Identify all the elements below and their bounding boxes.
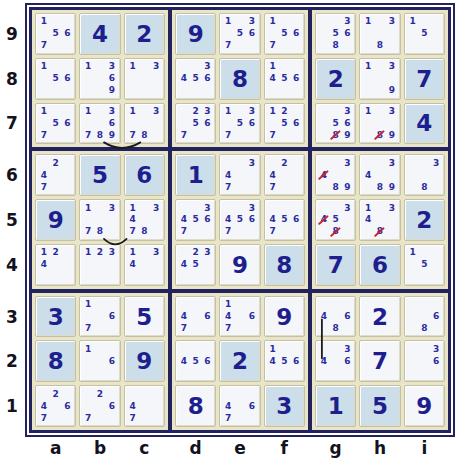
box-2-3: 34893489383458134827615: [312, 151, 448, 288]
candidate: 5: [278, 214, 290, 226]
candidate: 9: [342, 129, 354, 141]
cell-a7[interactable]: 1567: [35, 103, 76, 145]
eliminated-candidate: 8: [374, 226, 386, 238]
candidate: 5: [418, 259, 430, 271]
pencilmarks: 16: [82, 343, 117, 379]
candidate: 6: [430, 311, 442, 323]
candidate: 2: [278, 106, 290, 118]
pencilmarks: 467: [178, 299, 213, 335]
candidate: 1: [38, 61, 50, 73]
candidate: 6: [106, 73, 118, 85]
candidate: 6: [290, 73, 302, 85]
candidate: 6: [246, 311, 258, 323]
pencilmarks: 456: [178, 343, 213, 379]
candidate: 3: [150, 106, 162, 118]
candidate: 2: [50, 157, 62, 169]
candidate: 1: [222, 299, 234, 311]
cell-i6[interactable]: 38: [404, 154, 445, 196]
pencilmarks: 1456: [267, 343, 302, 379]
candidate: 4: [222, 400, 234, 412]
row-label-5: 5: [6, 210, 18, 230]
box-2-2: 134724734567345674567234598: [172, 151, 308, 288]
candidate: 7: [267, 181, 279, 193]
row-label-6: 6: [6, 165, 18, 185]
candidate: 5: [278, 28, 290, 40]
box-3-3: 468268346736159: [312, 293, 448, 430]
candidate: 5: [190, 355, 202, 367]
pencilmarks: 139: [362, 61, 397, 97]
cell-i9[interactable]: 15: [404, 13, 445, 55]
cell-a1[interactable]: 2467: [35, 385, 76, 427]
cell-c3[interactable]: 5: [124, 296, 165, 338]
cell-g7[interactable]: 35689: [315, 103, 356, 145]
candidate: 5: [50, 73, 62, 85]
candidate: 6: [62, 117, 74, 129]
candidate: 3: [106, 106, 118, 118]
cell-g3[interactable]: 468: [315, 296, 356, 338]
pencilmarks: 156: [38, 61, 73, 97]
cell-e9[interactable]: 13567: [219, 13, 260, 55]
candidate: 6: [290, 117, 302, 129]
candidate: 7: [267, 129, 279, 141]
candidate: 9: [106, 85, 118, 97]
candidate: 4: [267, 214, 279, 226]
big-digit: 5: [360, 386, 399, 426]
cell-a4[interactable]: 124: [35, 244, 76, 286]
big-digit: 1: [316, 386, 355, 426]
cell-g9[interactable]: 3568: [315, 13, 356, 55]
cell-d2[interactable]: 456: [175, 340, 216, 382]
pencilmarks: 1467: [222, 299, 257, 335]
pencilmarks: 34567: [178, 202, 213, 238]
candidate: 4: [178, 259, 190, 271]
candidate: 3: [150, 247, 162, 259]
cell-f1[interactable]: 3: [264, 385, 305, 427]
box-grid: 1567421561369131567136789137891356715673…: [32, 10, 448, 430]
big-digit: 9: [405, 386, 444, 426]
candidate: 6: [342, 311, 354, 323]
candidate: 5: [330, 117, 342, 129]
pencilmarks: 1348: [362, 202, 397, 238]
candidate: 7: [127, 226, 139, 238]
cell-e7[interactable]: 13567: [219, 103, 260, 145]
candidate: 3: [106, 202, 118, 214]
candidate: 1: [267, 106, 279, 118]
candidate: 1: [82, 202, 94, 214]
candidate: 3: [202, 61, 214, 73]
big-digit: 7: [405, 59, 444, 99]
cell-d9[interactable]: 9: [175, 13, 216, 55]
pencilmarks: 247: [267, 157, 302, 193]
candidate: 4: [362, 169, 374, 181]
big-digit: 2: [360, 297, 399, 337]
row-label-1: 1: [6, 396, 18, 416]
cell-d1[interactable]: 8: [175, 385, 216, 427]
cell-h7[interactable]: 1389: [359, 103, 400, 145]
candidate: 7: [127, 412, 139, 424]
candidate: 9: [342, 181, 354, 193]
big-digit: 2: [125, 14, 164, 54]
big-digit: 8: [176, 386, 215, 426]
candidate: 4: [127, 214, 139, 226]
cell-b6[interactable]: 5: [79, 154, 120, 196]
candidate: 7: [82, 412, 94, 424]
pencilmarks: 34567: [222, 202, 257, 238]
eliminated-candidate: 8: [330, 226, 342, 238]
candidate: 1: [362, 202, 374, 214]
cell-b7[interactable]: 136789: [79, 103, 120, 145]
candidate: 1: [127, 106, 139, 118]
candidate: 8: [330, 323, 342, 335]
candidate: 3: [106, 247, 118, 259]
big-digit: 2: [405, 200, 444, 240]
candidate: 3: [150, 202, 162, 214]
candidate: 6: [246, 400, 258, 412]
cell-e8[interactable]: 8: [219, 58, 260, 100]
col-label-i: i: [421, 438, 427, 458]
candidate: 3: [430, 343, 442, 355]
cell-f7[interactable]: 12567: [264, 103, 305, 145]
cell-a9[interactable]: 1567: [35, 13, 76, 55]
cell-c1[interactable]: 47: [124, 385, 165, 427]
cell-g2[interactable]: 346: [315, 340, 356, 382]
candidate: 1: [38, 247, 50, 259]
candidate: 5: [190, 73, 202, 85]
candidate: 6: [202, 117, 214, 129]
candidate: 4: [38, 169, 50, 181]
candidate: 4: [222, 214, 234, 226]
cell-g4[interactable]: 7: [315, 244, 356, 286]
cell-a5[interactable]: 9: [35, 199, 76, 241]
eliminated-candidate: 4: [318, 214, 330, 226]
cell-b5[interactable]: 1378: [79, 199, 120, 241]
col-label-f: f: [281, 438, 288, 458]
candidate: 7: [38, 181, 50, 193]
candidate: 1: [38, 16, 50, 28]
cell-c5[interactable]: 13478: [124, 199, 165, 241]
candidate: 8: [138, 226, 150, 238]
pencilmarks: 123: [82, 247, 117, 283]
cell-h6[interactable]: 3489: [359, 154, 400, 196]
pencilmarks: 1378: [82, 202, 117, 238]
candidate: 6: [342, 28, 354, 40]
candidate: 7: [82, 323, 94, 335]
candidate: 3: [202, 247, 214, 259]
cell-c7[interactable]: 1378: [124, 103, 165, 145]
cell-e5[interactable]: 34567: [219, 199, 260, 241]
candidate: 1: [127, 61, 139, 73]
row-label-8: 8: [6, 69, 18, 89]
pencilmarks: 1567: [38, 16, 73, 52]
cell-b3[interactable]: 167: [79, 296, 120, 338]
cell-d7[interactable]: 23567: [175, 103, 216, 145]
big-digit: 9: [220, 245, 259, 285]
candidate: 1: [362, 16, 374, 28]
candidate: 1: [127, 202, 139, 214]
candidate: 5: [278, 355, 290, 367]
cell-f8[interactable]: 1456: [264, 58, 305, 100]
cell-h1[interactable]: 5: [359, 385, 400, 427]
candidate: 7: [178, 129, 190, 141]
pencilmarks: 3456: [178, 61, 213, 97]
candidate: 3: [246, 202, 258, 214]
candidate: 6: [342, 117, 354, 129]
candidate: 2: [94, 388, 106, 400]
pencilmarks: 15: [407, 247, 442, 283]
cell-e6[interactable]: 347: [219, 154, 260, 196]
candidate: 6: [62, 73, 74, 85]
row-label-7: 7: [6, 113, 18, 133]
pencilmarks: 167: [82, 299, 117, 335]
pencilmarks: 467: [222, 388, 257, 424]
candidate: 3: [342, 106, 354, 118]
cell-f2[interactable]: 1456: [264, 340, 305, 382]
col-label-g: g: [330, 438, 342, 458]
candidate: 7: [178, 323, 190, 335]
cell-i5[interactable]: 2: [404, 199, 445, 241]
cell-i3[interactable]: 68: [404, 296, 445, 338]
candidate: 3: [202, 106, 214, 118]
candidate: 3: [342, 343, 354, 355]
candidate: 7: [38, 129, 50, 141]
cell-h3[interactable]: 2: [359, 296, 400, 338]
cell-h5[interactable]: 1348: [359, 199, 400, 241]
candidate: 1: [82, 343, 94, 355]
cell-e2[interactable]: 2: [219, 340, 260, 382]
cell-d8[interactable]: 3456: [175, 58, 216, 100]
pencilmarks: 346: [318, 343, 353, 379]
cell-f5[interactable]: 4567: [264, 199, 305, 241]
big-digit: 9: [265, 297, 304, 337]
pencilmarks: 2467: [38, 388, 73, 424]
cell-a3[interactable]: 3: [35, 296, 76, 338]
big-digit: 9: [176, 14, 215, 54]
candidate: 4: [267, 355, 279, 367]
candidate: 7: [222, 323, 234, 335]
candidate: 4: [222, 169, 234, 181]
candidate: 2: [50, 247, 62, 259]
cell-c9[interactable]: 2: [124, 13, 165, 55]
candidate: 6: [246, 28, 258, 40]
box-1-2: 9135671567345681456235671356712567: [172, 10, 308, 147]
candidate: 4: [38, 259, 50, 271]
candidate: 3: [386, 106, 398, 118]
big-digit: 3: [265, 386, 304, 426]
pencilmarks: 3568: [318, 16, 353, 52]
candidate: 4: [267, 169, 279, 181]
candidate: 1: [267, 343, 279, 355]
eliminated-candidate: 8: [330, 129, 342, 141]
row-label-4: 4: [6, 255, 18, 275]
cell-a8[interactable]: 156: [35, 58, 76, 100]
candidate: 4: [178, 355, 190, 367]
candidate: 7: [82, 129, 94, 141]
cell-f6[interactable]: 247: [264, 154, 305, 196]
candidate: 6: [106, 355, 118, 367]
pencilmarks: 347: [222, 157, 257, 193]
candidate: 6: [430, 355, 442, 367]
big-digit: 2: [316, 59, 355, 99]
pencilmarks: 3458: [318, 202, 353, 238]
cell-i2[interactable]: 36: [404, 340, 445, 382]
candidate: 3: [246, 106, 258, 118]
cell-b8[interactable]: 1369: [79, 58, 120, 100]
candidate: 5: [278, 73, 290, 85]
big-digit: 9: [125, 341, 164, 381]
pencilmarks: 1567: [38, 106, 73, 142]
candidate: 1: [267, 16, 279, 28]
candidate: 4: [222, 311, 234, 323]
candidate: 1: [82, 61, 94, 73]
big-digit: 7: [360, 341, 399, 381]
candidate: 4: [178, 311, 190, 323]
candidate: 6: [290, 214, 302, 226]
candidate: 1: [222, 16, 234, 28]
cell-f9[interactable]: 1567: [264, 13, 305, 55]
cell-a2[interactable]: 8: [35, 340, 76, 382]
cell-d6[interactable]: 1: [175, 154, 216, 196]
big-digit: 8: [265, 245, 304, 285]
cell-b9[interactable]: 4: [79, 13, 120, 55]
cell-a6[interactable]: 247: [35, 154, 76, 196]
candidate: 6: [202, 214, 214, 226]
pencilmarks: 138: [362, 16, 397, 52]
candidate: 8: [330, 40, 342, 52]
cell-c4[interactable]: 134: [124, 244, 165, 286]
pencilmarks: 1389: [362, 106, 397, 142]
candidate: 3: [386, 202, 398, 214]
big-digit: 4: [405, 104, 444, 144]
pencilmarks: 13478: [127, 202, 162, 238]
cell-e3[interactable]: 1467: [219, 296, 260, 338]
pencilmarks: 267: [82, 388, 117, 424]
cell-d4[interactable]: 2345: [175, 244, 216, 286]
row-label-2: 2: [6, 351, 18, 371]
box-3-2: 467146794562145684673: [172, 293, 308, 430]
candidate: 6: [106, 117, 118, 129]
cell-g5[interactable]: 3458: [315, 199, 356, 241]
col-label-c: c: [139, 438, 149, 458]
candidate: 2: [50, 388, 62, 400]
cell-i8[interactable]: 7: [404, 58, 445, 100]
cell-i1[interactable]: 9: [404, 385, 445, 427]
candidate: 5: [50, 28, 62, 40]
pencilmarks: 1369: [82, 61, 117, 97]
candidate: 6: [106, 311, 118, 323]
candidate: 3: [342, 16, 354, 28]
big-digit: 5: [80, 155, 119, 195]
candidate: 1: [407, 247, 419, 259]
candidate: 7: [222, 412, 234, 424]
cell-f4[interactable]: 8: [264, 244, 305, 286]
candidate: 8: [374, 40, 386, 52]
pencilmarks: 38: [407, 157, 442, 193]
candidate: 1: [267, 61, 279, 73]
cell-i7[interactable]: 4: [404, 103, 445, 145]
cell-b1[interactable]: 267: [79, 385, 120, 427]
cell-g8[interactable]: 2: [315, 58, 356, 100]
big-digit: 8: [220, 59, 259, 99]
big-digit: 9: [36, 200, 75, 240]
cell-f3[interactable]: 9: [264, 296, 305, 338]
cell-d3[interactable]: 467: [175, 296, 216, 338]
cell-d5[interactable]: 34567: [175, 199, 216, 241]
cell-i4[interactable]: 15: [404, 244, 445, 286]
cell-b4[interactable]: 123: [79, 244, 120, 286]
candidate: 6: [246, 117, 258, 129]
big-digit: 7: [316, 245, 355, 285]
candidate: 5: [190, 117, 202, 129]
candidate: 7: [82, 226, 94, 238]
candidate: 7: [38, 412, 50, 424]
pencilmarks: 2345: [178, 247, 213, 283]
candidate: 9: [106, 129, 118, 141]
box-3-1: 316758169246726747: [32, 293, 168, 430]
cell-b2[interactable]: 16: [79, 340, 120, 382]
cell-h4[interactable]: 6: [359, 244, 400, 286]
cell-e1[interactable]: 467: [219, 385, 260, 427]
eliminated-candidate: 8: [374, 129, 386, 141]
cell-h9[interactable]: 138: [359, 13, 400, 55]
pencilmarks: 1567: [267, 16, 302, 52]
pencilmarks: 247: [38, 157, 73, 193]
col-label-d: d: [190, 438, 202, 458]
eliminated-candidate: 4: [318, 169, 330, 181]
cell-c2[interactable]: 9: [124, 340, 165, 382]
candidate: 8: [330, 181, 342, 193]
candidate: 7: [222, 181, 234, 193]
candidate: 5: [234, 214, 246, 226]
candidate: 8: [94, 129, 106, 141]
col-label-e: e: [234, 438, 246, 458]
candidate: 5: [190, 259, 202, 271]
candidate: 1: [82, 106, 94, 118]
pencilmarks: 36: [407, 343, 442, 379]
candidate: 3: [202, 202, 214, 214]
candidate: 3: [150, 61, 162, 73]
candidate: 1: [38, 106, 50, 118]
candidate: 3: [342, 157, 354, 169]
pencilmarks: 15: [407, 16, 442, 52]
candidate: 3: [386, 16, 398, 28]
cell-h2[interactable]: 7: [359, 340, 400, 382]
candidate: 7: [38, 40, 50, 52]
candidate: 6: [202, 311, 214, 323]
candidate: 9: [386, 181, 398, 193]
candidate: 4: [318, 355, 330, 367]
candidate: 3: [386, 157, 398, 169]
candidate: 6: [342, 355, 354, 367]
cell-g1[interactable]: 1: [315, 385, 356, 427]
cell-c6[interactable]: 6: [124, 154, 165, 196]
candidate: 2: [94, 247, 106, 259]
candidate: 8: [374, 181, 386, 193]
cell-e4[interactable]: 9: [219, 244, 260, 286]
candidate: 2: [190, 106, 202, 118]
row-label-9: 9: [6, 24, 18, 44]
pencilmarks: 13567: [222, 106, 257, 142]
big-digit: 6: [360, 245, 399, 285]
candidate: 8: [418, 323, 430, 335]
pencilmarks: 13567: [222, 16, 257, 52]
candidate: 3: [246, 16, 258, 28]
candidate: 6: [62, 400, 74, 412]
cell-h8[interactable]: 139: [359, 58, 400, 100]
cell-g6[interactable]: 3489: [315, 154, 356, 196]
big-digit: 5: [125, 297, 164, 337]
candidate: 1: [127, 247, 139, 259]
cell-c8[interactable]: 13: [124, 58, 165, 100]
